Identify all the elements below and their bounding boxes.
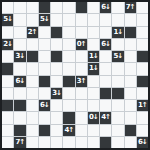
cell-r4-c5[interactable]: [63, 51, 74, 62]
cell-r1-c6[interactable]: [76, 14, 87, 25]
block-cell-r0-c6: [76, 2, 87, 13]
cell-r9-c10[interactable]: [125, 112, 136, 123]
cell-r11-c5[interactable]: [63, 137, 74, 148]
cell-r9-c6[interactable]: [76, 112, 87, 123]
cell-r10-c11[interactable]: [137, 125, 148, 136]
cell-r7-c0[interactable]: [2, 88, 13, 99]
cell-r3-c2[interactable]: [27, 39, 38, 50]
cell-r4-c0[interactable]: [2, 51, 13, 62]
cell-r10-c2[interactable]: [27, 125, 38, 136]
cell-r0-c1[interactable]: [14, 2, 25, 13]
block-cell-r10-c10: [125, 125, 136, 136]
cell-r4-c8[interactable]: [100, 51, 111, 62]
yajilin-board: 6↓7↑5↓5↓2↑1↓2↓0↑6↓3↓1↓5↓1↓6↓3↑3↓6↓1↑0↓4↑…: [0, 0, 150, 150]
cell-r8-c5[interactable]: [63, 100, 74, 111]
cell-r2-c7[interactable]: [88, 27, 99, 38]
clue-text: 0↓: [89, 114, 98, 121]
clue-cell-r4-c7: 1↓: [88, 51, 99, 62]
cell-r4-c10[interactable]: [125, 51, 136, 62]
cell-r11-c2[interactable]: [27, 137, 38, 148]
cell-r9-c4[interactable]: [51, 112, 62, 123]
cell-r3-c11[interactable]: [137, 39, 148, 50]
cell-r10-c6[interactable]: [76, 125, 87, 136]
cell-r5-c6[interactable]: [76, 63, 87, 74]
cell-r8-c9[interactable]: [112, 100, 123, 111]
cell-r6-c8[interactable]: [100, 76, 111, 87]
cell-r5-c2[interactable]: [27, 63, 38, 74]
clue-text: 6↓: [16, 77, 25, 84]
cell-r2-c11[interactable]: [137, 27, 148, 38]
cell-r10-c9[interactable]: [112, 125, 123, 136]
clue-text: 2↑: [28, 28, 37, 35]
clue-cell-r1-c3: 5↓: [39, 14, 50, 25]
cell-r1-c10[interactable]: [125, 14, 136, 25]
cell-r2-c3[interactable]: [39, 27, 50, 38]
block-cell-r7-c9: [112, 88, 123, 99]
clue-cell-r6-c1: 6↓: [14, 76, 25, 87]
clue-cell-r11-c11: 6↓: [137, 137, 148, 148]
cell-r6-c9[interactable]: [112, 76, 123, 87]
cell-r6-c2[interactable]: [27, 76, 38, 87]
cell-r6-c4[interactable]: [51, 76, 62, 87]
clue-text: 6↓: [101, 4, 110, 11]
cell-r11-c7[interactable]: [88, 137, 99, 148]
clue-cell-r11-c1: 7↑: [14, 137, 25, 148]
clue-text: 1↓: [89, 65, 98, 72]
cell-r9-c1[interactable]: [14, 112, 25, 123]
cell-r8-c10[interactable]: [125, 100, 136, 111]
clue-cell-r7-c4: 3↓: [51, 88, 62, 99]
clue-cell-r9-c8: 4↑: [100, 112, 111, 123]
block-cell-r2-c4: [51, 27, 62, 38]
block-cell-r4-c4: [51, 51, 62, 62]
clue-text: 6↓: [138, 138, 147, 145]
block-cell-r0-c3: [39, 2, 50, 13]
cell-r1-c4[interactable]: [51, 14, 62, 25]
clue-cell-r2-c2: 2↑: [27, 27, 38, 38]
cell-r8-c4[interactable]: [51, 100, 62, 111]
clue-cell-r3-c0: 2↓: [2, 39, 13, 50]
cell-r0-c4[interactable]: [51, 2, 62, 13]
block-cell-r6-c11: [137, 76, 148, 87]
clue-cell-r2-c9: 1↓: [112, 27, 123, 38]
clue-text: 7↑: [126, 4, 135, 11]
cell-r11-c0[interactable]: [2, 137, 13, 148]
cell-r0-c0[interactable]: [2, 2, 13, 13]
cell-r5-c8[interactable]: [100, 63, 111, 74]
cell-r2-c8[interactable]: [100, 27, 111, 38]
cell-r9-c11[interactable]: [137, 112, 148, 123]
cell-r7-c1[interactable]: [14, 88, 25, 99]
block-cell-r9-c5: [63, 112, 74, 123]
block-cell-r5-c0: [2, 63, 13, 74]
cell-r9-c3[interactable]: [39, 112, 50, 123]
cell-r5-c5[interactable]: [63, 63, 74, 74]
clue-cell-r4-c1: 3↓: [14, 51, 25, 62]
clue-text: 1↓: [114, 28, 123, 35]
cell-r3-c5[interactable]: [63, 39, 74, 50]
cell-r7-c2[interactable]: [27, 88, 38, 99]
cell-r7-c7[interactable]: [88, 88, 99, 99]
cell-r0-c7[interactable]: [88, 2, 99, 13]
clue-text: 5↓: [40, 16, 49, 23]
cell-r6-c0[interactable]: [2, 76, 13, 87]
cell-r4-c6[interactable]: [76, 51, 87, 62]
cell-r5-c4[interactable]: [51, 63, 62, 74]
cell-r0-c9[interactable]: [112, 2, 123, 13]
clue-text: 1↓: [89, 53, 98, 60]
cell-r2-c6[interactable]: [76, 27, 87, 38]
clue-cell-r1-c0: 5↓: [2, 14, 13, 25]
cell-r0-c11[interactable]: [137, 2, 148, 13]
clue-cell-r3-c8: 6↓: [100, 39, 111, 50]
clue-text: 5↓: [114, 53, 123, 60]
block-cell-r8-c0: [2, 100, 13, 111]
cell-r1-c8[interactable]: [100, 14, 111, 25]
clue-text: 1↑: [138, 102, 147, 109]
block-cell-r10-c3: [39, 125, 50, 136]
cell-r10-c0[interactable]: [2, 125, 13, 136]
cell-r9-c0[interactable]: [2, 112, 13, 123]
clue-cell-r0-c8: 6↓: [100, 2, 111, 13]
cell-r7-c6[interactable]: [76, 88, 87, 99]
cell-r7-c5[interactable]: [63, 88, 74, 99]
cell-r11-c10[interactable]: [125, 137, 136, 148]
block-cell-r4-c11: [137, 51, 148, 62]
cell-r7-c11[interactable]: [137, 88, 148, 99]
cell-r8-c6[interactable]: [76, 100, 87, 111]
cell-r9-c2[interactable]: [27, 112, 38, 123]
block-cell-r6-c5: [63, 76, 74, 87]
cell-r6-c10[interactable]: [125, 76, 136, 87]
cell-r1-c7[interactable]: [88, 14, 99, 25]
cell-r5-c11[interactable]: [137, 63, 148, 74]
block-cell-r4-c2: [27, 51, 38, 62]
cell-r2-c5[interactable]: [63, 27, 74, 38]
clue-text: 0↑: [77, 40, 86, 47]
clue-text: 7↑: [16, 138, 25, 145]
cell-r9-c9[interactable]: [112, 112, 123, 123]
cell-r3-c3[interactable]: [39, 39, 50, 50]
clue-cell-r6-c6: 3↑: [76, 76, 87, 87]
clue-text: 2↓: [3, 40, 12, 47]
cell-r8-c2[interactable]: [27, 100, 38, 111]
cell-r10-c8[interactable]: [100, 125, 111, 136]
cell-r5-c3[interactable]: [39, 63, 50, 74]
clue-text: 3↓: [16, 53, 25, 60]
block-cell-r7-c8: [100, 88, 111, 99]
cell-r1-c11[interactable]: [137, 14, 148, 25]
block-cell-r11-c8: [100, 137, 111, 148]
block-cell-r2-c10: [125, 27, 136, 38]
cell-r11-c4[interactable]: [51, 137, 62, 148]
clue-cell-r4-c9: 5↓: [112, 51, 123, 62]
clue-text: 3↓: [52, 89, 61, 96]
clue-text: 5↓: [3, 16, 12, 23]
cell-r3-c9[interactable]: [112, 39, 123, 50]
clue-text: 6↓: [101, 40, 110, 47]
cell-r7-c10[interactable]: [125, 88, 136, 99]
cell-r3-c10[interactable]: [125, 39, 136, 50]
cell-r5-c9[interactable]: [112, 63, 123, 74]
cell-r0-c5[interactable]: [63, 2, 74, 13]
cell-r1-c2[interactable]: [27, 14, 38, 25]
cell-r4-c3[interactable]: [39, 51, 50, 62]
clue-text: 4↑: [65, 126, 74, 133]
cell-r3-c4[interactable]: [51, 39, 62, 50]
clue-cell-r10-c5: 4↑: [63, 125, 74, 136]
cell-r3-c7[interactable]: [88, 39, 99, 50]
cell-r5-c10[interactable]: [125, 63, 136, 74]
clue-cell-r3-c6: 0↑: [76, 39, 87, 50]
block-cell-r8-c1: [14, 100, 25, 111]
cell-r6-c7[interactable]: [88, 76, 99, 87]
cell-r5-c1[interactable]: [14, 63, 25, 74]
cell-r10-c7[interactable]: [88, 125, 99, 136]
cell-r0-c2[interactable]: [27, 2, 38, 13]
clue-cell-r5-c7: 1↓: [88, 63, 99, 74]
cell-r11-c9[interactable]: [112, 137, 123, 148]
block-cell-r6-c3: [39, 76, 50, 87]
cell-r1-c9[interactable]: [112, 14, 123, 25]
clue-text: 3↑: [77, 77, 86, 84]
clue-cell-r0-c10: 7↑: [125, 2, 136, 13]
clue-cell-r8-c3: 6↓: [39, 100, 50, 111]
cell-r3-c1[interactable]: [14, 39, 25, 50]
clue-cell-r8-c11: 1↑: [137, 100, 148, 111]
cell-r10-c4[interactable]: [51, 125, 62, 136]
cell-r11-c6[interactable]: [76, 137, 87, 148]
cell-r2-c1[interactable]: [14, 27, 25, 38]
clue-text: 4↑: [101, 114, 110, 121]
cell-r1-c5[interactable]: [63, 14, 74, 25]
cell-r2-c0[interactable]: [2, 27, 13, 38]
cell-r8-c7[interactable]: [88, 100, 99, 111]
cell-r8-c8[interactable]: [100, 100, 111, 111]
block-cell-r10-c1: [14, 125, 25, 136]
clue-text: 6↓: [40, 102, 49, 109]
cell-r1-c1[interactable]: [14, 14, 25, 25]
cell-r7-c3[interactable]: [39, 88, 50, 99]
clue-cell-r9-c7: 0↓: [88, 112, 99, 123]
cell-r11-c3[interactable]: [39, 137, 50, 148]
